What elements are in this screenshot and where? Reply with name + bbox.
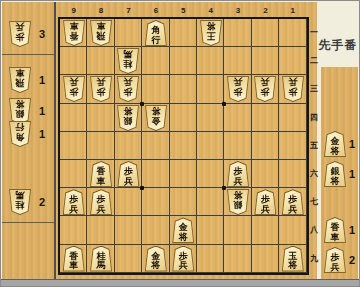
- square-5-3[interactable]: [170, 75, 197, 103]
- piece-kanji: 香車: [63, 20, 85, 46]
- square-7-9[interactable]: [115, 245, 142, 273]
- gote-tray-separator-bottom: [2, 222, 55, 223]
- square-7-8[interactable]: [115, 216, 142, 244]
- square-4-3[interactable]: [197, 75, 224, 103]
- piece-gote-s[interactable]: 銀将: [227, 189, 249, 215]
- square-3-1[interactable]: [224, 19, 251, 47]
- file-labels: 987654321: [60, 6, 307, 16]
- square-4-8[interactable]: [197, 216, 224, 244]
- piece-kanji: 歩兵: [282, 76, 304, 102]
- square-4-1[interactable]: 王将: [197, 19, 224, 47]
- star-point: [140, 102, 144, 106]
- gote-hand-count: 1: [39, 128, 55, 140]
- sente-hand-piece-g[interactable]: 金将: [324, 131, 346, 157]
- gote-hand-count: 2: [39, 196, 55, 208]
- square-6-2[interactable]: [142, 47, 169, 75]
- piece-sente-g[interactable]: 金将: [145, 246, 167, 272]
- gote-tray-separator-top: [2, 54, 55, 55]
- piece-kanji: 桂馬: [117, 48, 139, 74]
- piece-sente-n[interactable]: 桂馬: [90, 246, 112, 272]
- piece-sente-p[interactable]: 歩兵: [117, 161, 139, 187]
- piece-gote-g[interactable]: 金将: [145, 105, 167, 131]
- square-9-1[interactable]: 香車: [60, 19, 87, 47]
- piece-kanji: 歩兵: [172, 246, 194, 272]
- square-2-6[interactable]: [252, 160, 279, 188]
- piece-sente-g[interactable]: 金将: [172, 217, 194, 243]
- file-label-6: 6: [142, 6, 169, 16]
- square-1-8[interactable]: [279, 216, 306, 244]
- piece-gote-s[interactable]: 銀将: [117, 105, 139, 131]
- piece-kanji: 歩兵: [90, 76, 112, 102]
- square-9-7[interactable]: 歩兵: [60, 188, 87, 216]
- square-5-6[interactable]: [170, 160, 197, 188]
- piece-kanji: 歩兵: [227, 76, 249, 102]
- square-6-7[interactable]: [142, 188, 169, 216]
- file-label-1: 1: [279, 6, 306, 16]
- square-9-6[interactable]: [60, 160, 87, 188]
- square-7-1[interactable]: [115, 19, 142, 47]
- star-point: [222, 186, 226, 190]
- square-7-2[interactable]: 桂馬: [115, 47, 142, 75]
- square-8-7[interactable]: 歩兵: [87, 188, 114, 216]
- square-1-4[interactable]: [279, 104, 306, 132]
- square-9-3[interactable]: 歩兵: [60, 75, 87, 103]
- square-8-6[interactable]: 香車: [87, 160, 114, 188]
- piece-kanji: 歩兵: [254, 189, 276, 215]
- square-1-9[interactable]: 玉将: [279, 245, 306, 273]
- square-7-6[interactable]: 歩兵: [115, 160, 142, 188]
- piece-kanji: 歩兵: [9, 21, 31, 47]
- square-1-5[interactable]: [279, 132, 306, 160]
- square-1-2[interactable]: [279, 47, 306, 75]
- square-6-1[interactable]: 角行: [142, 19, 169, 47]
- piece-gote-n[interactable]: 桂馬: [117, 48, 139, 74]
- rank-labels: 一二三四五六七八九: [308, 19, 320, 273]
- sente-hand-count: 1: [349, 168, 360, 180]
- piece-kanji: 角行: [145, 20, 167, 46]
- square-9-9[interactable]: 香車: [60, 245, 87, 273]
- piece-sente-l[interactable]: 香車: [90, 161, 112, 187]
- piece-sente-p[interactable]: 歩兵: [254, 189, 276, 215]
- rank-label-5: 五: [308, 132, 320, 160]
- square-3-7[interactable]: 銀将: [224, 188, 251, 216]
- piece-gote-p[interactable]: 歩兵: [63, 76, 85, 102]
- rank-label-9: 九: [308, 245, 320, 273]
- square-1-6[interactable]: [279, 160, 306, 188]
- gote-hand-piece-s[interactable]: 銀将: [9, 98, 31, 124]
- piece-kanji: 歩兵: [324, 247, 346, 273]
- square-6-6[interactable]: [142, 160, 169, 188]
- piece-sente-p[interactable]: 歩兵: [172, 246, 194, 272]
- square-8-1[interactable]: 飛車: [87, 19, 114, 47]
- piece-kanji: 銀将: [9, 98, 31, 124]
- sente-hand-piece-l[interactable]: 香車: [324, 217, 346, 243]
- square-8-5[interactable]: [87, 132, 114, 160]
- piece-kanji: 歩兵: [117, 161, 139, 187]
- piece-kanji: 香車: [90, 161, 112, 187]
- square-6-9[interactable]: 金将: [142, 245, 169, 273]
- piece-kanji: 銀将: [324, 161, 346, 187]
- piece-kanji: 玉将: [282, 246, 304, 272]
- square-8-9[interactable]: 桂馬: [87, 245, 114, 273]
- rank-label-8: 八: [308, 216, 320, 244]
- square-5-4[interactable]: [170, 104, 197, 132]
- rank-label-6: 六: [308, 160, 320, 188]
- square-3-4[interactable]: [224, 104, 251, 132]
- square-2-4[interactable]: [252, 104, 279, 132]
- piece-kanji: 金将: [172, 217, 194, 243]
- piece-gote-p[interactable]: 歩兵: [117, 76, 139, 102]
- sente-hand-count: 1: [349, 138, 360, 150]
- shogi-app-window: 987654321 一二三四五六七八九 香車飛車角行王将桂馬歩兵歩兵歩兵歩兵歩兵…: [0, 0, 360, 287]
- file-label-3: 3: [224, 6, 251, 16]
- square-3-2[interactable]: [224, 47, 251, 75]
- piece-kanji: 歩兵: [282, 189, 304, 215]
- file-label-5: 5: [170, 6, 197, 16]
- piece-kanji: 金将: [145, 246, 167, 272]
- file-label-4: 4: [197, 6, 224, 16]
- square-2-1[interactable]: [252, 19, 279, 47]
- gote-hand-piece-n[interactable]: 桂馬: [9, 189, 31, 215]
- piece-gote-l[interactable]: 香車: [63, 20, 85, 46]
- square-6-8[interactable]: [142, 216, 169, 244]
- square-4-7[interactable]: [197, 188, 224, 216]
- square-2-9[interactable]: [252, 245, 279, 273]
- sente-hand-count: 2: [349, 254, 360, 266]
- sente-hand-piece-p[interactable]: 歩兵: [324, 247, 346, 273]
- square-5-8[interactable]: 金将: [170, 216, 197, 244]
- square-4-4[interactable]: [197, 104, 224, 132]
- sente-hand-count: 1: [349, 224, 360, 236]
- gote-hand-piece-b[interactable]: 角行: [9, 121, 31, 147]
- square-9-4[interactable]: [60, 104, 87, 132]
- piece-kanji: 銀将: [227, 189, 249, 215]
- tray-divider: [54, 2, 56, 281]
- square-7-3[interactable]: 歩兵: [115, 75, 142, 103]
- square-5-2[interactable]: [170, 47, 197, 75]
- square-7-5[interactable]: [115, 132, 142, 160]
- star-point: [222, 102, 226, 106]
- piece-sente-l[interactable]: 香車: [63, 246, 85, 272]
- gote-hand-count: 1: [39, 105, 55, 117]
- piece-gote-r[interactable]: 飛車: [90, 20, 112, 46]
- piece-kanji: 歩兵: [117, 76, 139, 102]
- square-8-8[interactable]: [87, 216, 114, 244]
- piece-gote-p[interactable]: 歩兵: [254, 76, 276, 102]
- square-5-9[interactable]: 歩兵: [170, 245, 197, 273]
- square-2-3[interactable]: 歩兵: [252, 75, 279, 103]
- square-3-3[interactable]: 歩兵: [224, 75, 251, 103]
- piece-kanji: 王将: [200, 20, 222, 46]
- file-label-2: 2: [252, 6, 279, 16]
- square-7-7[interactable]: [115, 188, 142, 216]
- square-1-3[interactable]: 歩兵: [279, 75, 306, 103]
- rank-label-7: 七: [308, 188, 320, 216]
- piece-gote-p[interactable]: 歩兵: [227, 76, 249, 102]
- piece-gote-p[interactable]: 歩兵: [90, 76, 112, 102]
- piece-gote-p[interactable]: 歩兵: [282, 76, 304, 102]
- square-2-5[interactable]: [252, 132, 279, 160]
- piece-sente-p[interactable]: 歩兵: [63, 189, 85, 215]
- square-9-8[interactable]: [60, 216, 87, 244]
- square-9-2[interactable]: [60, 47, 87, 75]
- piece-sente-p[interactable]: 歩兵: [282, 189, 304, 215]
- turn-indicator: 先手番: [315, 37, 360, 54]
- gote-hand-piece-r[interactable]: 飛車: [9, 67, 31, 93]
- square-6-5[interactable]: [142, 132, 169, 160]
- piece-sente-b[interactable]: 角行: [145, 20, 167, 46]
- piece-sente-p[interactable]: 歩兵: [90, 189, 112, 215]
- square-4-6[interactable]: [197, 160, 224, 188]
- square-3-5[interactable]: [224, 132, 251, 160]
- gote-hand-piece-p[interactable]: 歩兵: [9, 21, 31, 47]
- square-9-5[interactable]: [60, 132, 87, 160]
- piece-sente-p[interactable]: 歩兵: [227, 161, 249, 187]
- piece-kanji: 歩兵: [227, 161, 249, 187]
- piece-kanji: 金将: [324, 131, 346, 157]
- rank-label-4: 四: [308, 104, 320, 132]
- piece-kanji: 香車: [324, 217, 346, 243]
- piece-kanji: 香車: [63, 246, 85, 272]
- square-2-8[interactable]: [252, 216, 279, 244]
- square-3-9[interactable]: [224, 245, 251, 273]
- gote-hand-count: 1: [39, 74, 55, 86]
- piece-kanji: 桂馬: [90, 246, 112, 272]
- piece-kanji: 歩兵: [90, 189, 112, 215]
- square-4-2[interactable]: [197, 47, 224, 75]
- file-label-7: 7: [115, 6, 142, 16]
- sente-hand-piece-s[interactable]: 銀将: [324, 161, 346, 187]
- piece-kanji: 歩兵: [63, 76, 85, 102]
- shogi-board: 香車飛車角行王将桂馬歩兵歩兵歩兵歩兵歩兵歩兵銀将金将香車歩兵歩兵歩兵歩兵銀将歩兵…: [58, 17, 309, 275]
- square-7-4[interactable]: 銀将: [115, 104, 142, 132]
- square-1-1[interactable]: [279, 19, 306, 47]
- piece-kanji: 金将: [145, 105, 167, 131]
- square-1-7[interactable]: 歩兵: [279, 188, 306, 216]
- rank-label-3: 三: [308, 75, 320, 103]
- square-8-3[interactable]: 歩兵: [87, 75, 114, 103]
- window-bottom-frame: [1, 279, 359, 286]
- piece-kanji: 銀将: [117, 105, 139, 131]
- square-5-5[interactable]: [170, 132, 197, 160]
- square-3-6[interactable]: 歩兵: [224, 160, 251, 188]
- square-2-7[interactable]: 歩兵: [252, 188, 279, 216]
- square-5-1[interactable]: [170, 19, 197, 47]
- square-8-2[interactable]: [87, 47, 114, 75]
- file-label-9: 9: [60, 6, 87, 16]
- file-label-8: 8: [87, 6, 114, 16]
- piece-kanji: 角行: [9, 121, 31, 147]
- piece-sente-k[interactable]: 玉将: [282, 246, 304, 272]
- square-5-7[interactable]: [170, 188, 197, 216]
- star-point: [140, 186, 144, 190]
- square-4-5[interactable]: [197, 132, 224, 160]
- square-6-3[interactable]: [142, 75, 169, 103]
- piece-kanji: 歩兵: [254, 76, 276, 102]
- gote-hand-count: 3: [39, 28, 55, 40]
- square-3-8[interactable]: [224, 216, 251, 244]
- square-8-4[interactable]: [87, 104, 114, 132]
- piece-kanji: 歩兵: [63, 189, 85, 215]
- piece-kanji: 飛車: [9, 67, 31, 93]
- piece-kanji: 桂馬: [9, 189, 31, 215]
- square-2-2[interactable]: [252, 47, 279, 75]
- piece-gote-k[interactable]: 王将: [200, 20, 222, 46]
- square-4-9[interactable]: [197, 245, 224, 273]
- square-6-4[interactable]: 金将: [142, 104, 169, 132]
- piece-kanji: 飛車: [90, 20, 112, 46]
